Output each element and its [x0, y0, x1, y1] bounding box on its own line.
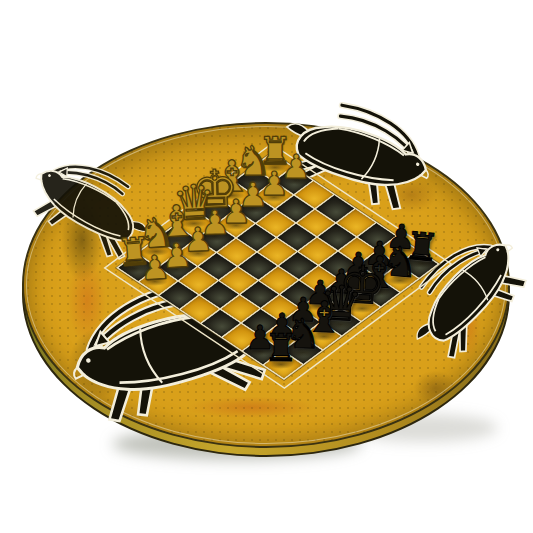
piece-black-rook-a8[interactable]: ♜ — [264, 329, 298, 367]
piece-white-pawn-a2[interactable]: ♟ — [139, 250, 171, 285]
chess-set-scene: ♜♞♝♛♚♝♞♜♟♟♟♟♟♟♟♟♟♟♟♟♟♟♟♟♜♞♝♛♚♝♞♜ — [0, 0, 533, 533]
pieces-layer: ♜♞♝♛♚♝♞♜♟♟♟♟♟♟♟♟♟♟♟♟♟♟♟♟♜♞♝♛♚♝♞♜ — [0, 0, 533, 533]
